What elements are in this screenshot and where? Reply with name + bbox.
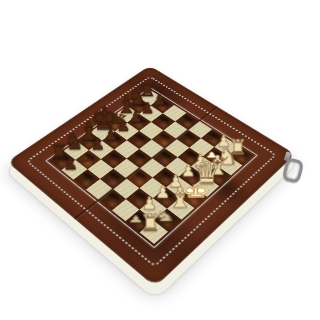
light-pawn: ♟ [192, 153, 210, 169]
square-6-2 [87, 159, 113, 179]
board-grid: ♜♟♟♜♞♟♟♞♝♟♟♝♛♟♟♛♚♟♟♚♝♟♟♝♞♟♟♞♜♟♟♜ [50, 90, 254, 244]
light-pawn: ♟ [126, 214, 146, 224]
dark-bishop: ♝ [77, 118, 95, 143]
board-scene: ♜♟♟♜♞♟♟♞♝♟♟♝♛♟♟♛♚♟♟♚♝♟♟♝♞♟♟♞♜♟♟♜ [0, 0, 320, 320]
clasp-ring-icon [281, 157, 304, 184]
dark-pawn: ♟ [76, 154, 95, 162]
square-5-1: ♟ [89, 141, 114, 160]
chess-set-product-photo: ♜♟♟♜♞♟♟♞♝♟♟♝♛♟♟♛♚♟♟♚♝♟♟♝♞♟♟♞♜♟♟♜ [0, 0, 320, 320]
folding-chess-board: ♜♟♟♜♞♟♟♞♝♟♟♝♛♟♟♛♚♟♟♚♝♟♟♝♞♟♟♞♜♟♟♜ [7, 66, 295, 287]
clasp-hook [278, 150, 302, 184]
light-pawn: ♟ [203, 151, 221, 159]
square-7-3 [86, 179, 113, 200]
light-rook: ♜ [229, 137, 247, 158]
square-1-6: ♟ [203, 147, 228, 166]
square-5-4 [126, 168, 152, 188]
dark-rook: ♜ [139, 81, 155, 100]
board-frame: ♜♟♟♜♞♟♟♞♝♟♟♝♛♟♟♛♚♟♟♚♝♟♟♝♞♟♟♞♜♟♟♜ [7, 66, 295, 287]
light-pawn: ♟ [215, 133, 233, 149]
square-2-4 [164, 139, 189, 157]
square-1-7: ♞ [217, 156, 243, 175]
dark-king: ♚ [91, 102, 108, 134]
